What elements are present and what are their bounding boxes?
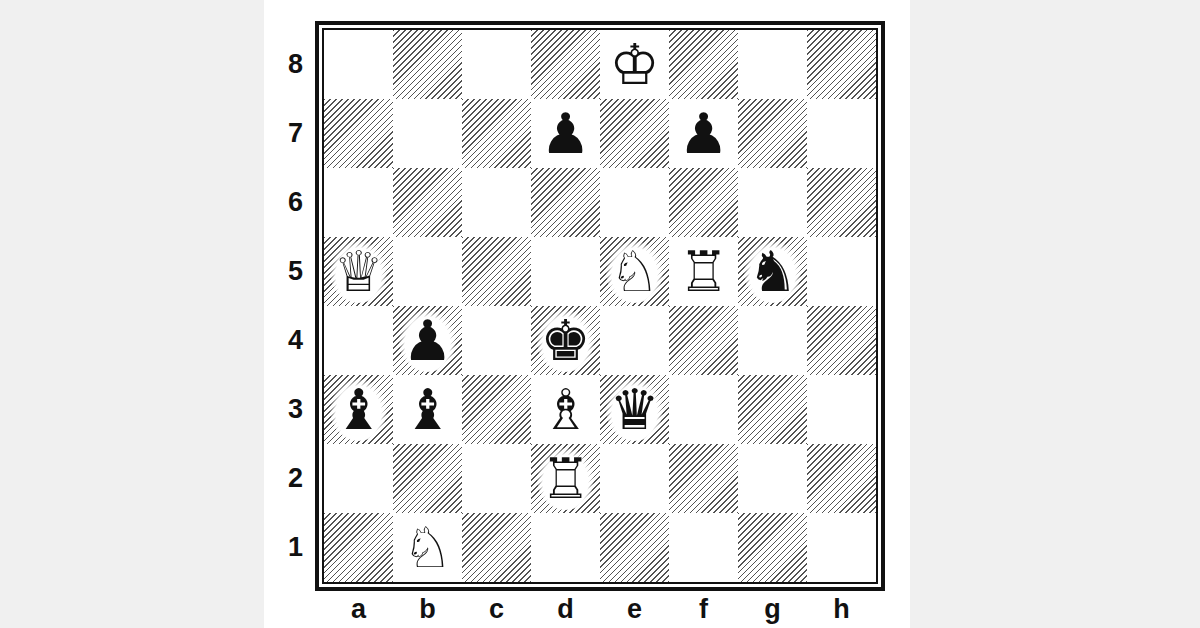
square-f3[interactable] <box>669 375 738 444</box>
square-e6[interactable] <box>600 168 669 237</box>
piece-white-bishop-d3[interactable]: ♗ <box>531 375 600 444</box>
square-e5[interactable]: ♘ <box>600 237 669 306</box>
square-a4[interactable] <box>324 306 393 375</box>
square-g4[interactable] <box>738 306 807 375</box>
square-g7[interactable] <box>738 99 807 168</box>
square-d7[interactable]: ♟ <box>531 99 600 168</box>
piece-black-pawn-f7[interactable]: ♟ <box>669 99 738 168</box>
square-h5[interactable] <box>807 237 876 306</box>
piece-white-queen-a5[interactable]: ♕ <box>324 237 393 306</box>
square-b4[interactable]: ♟ <box>393 306 462 375</box>
square-h8[interactable] <box>807 30 876 99</box>
file-label-a: a <box>351 594 366 627</box>
rank-label-1: 1 <box>288 532 303 563</box>
square-e7[interactable] <box>600 99 669 168</box>
square-a8[interactable] <box>324 30 393 99</box>
square-e1[interactable] <box>600 513 669 582</box>
square-a3[interactable]: ♝ <box>324 375 393 444</box>
square-f4[interactable] <box>669 306 738 375</box>
piece-black-bishop-b3[interactable]: ♝ <box>393 375 462 444</box>
rank-label-2: 2 <box>288 463 303 494</box>
square-h1[interactable] <box>807 513 876 582</box>
square-d3[interactable]: ♗ <box>531 375 600 444</box>
square-a1[interactable] <box>324 513 393 582</box>
rank-label-7: 7 <box>288 118 303 149</box>
square-d8[interactable] <box>531 30 600 99</box>
square-f5[interactable]: ♖ <box>669 237 738 306</box>
square-h2[interactable] <box>807 444 876 513</box>
square-f8[interactable] <box>669 30 738 99</box>
square-a5[interactable]: ♕ <box>324 237 393 306</box>
piece-white-rook-d2[interactable]: ♖ <box>531 444 600 513</box>
square-c7[interactable] <box>462 99 531 168</box>
square-g1[interactable] <box>738 513 807 582</box>
square-d6[interactable] <box>531 168 600 237</box>
piece-black-knight-g5[interactable]: ♞ <box>738 237 807 306</box>
square-a7[interactable] <box>324 99 393 168</box>
square-c6[interactable] <box>462 168 531 237</box>
piece-black-king-d4[interactable]: ♚ <box>531 306 600 375</box>
square-b7[interactable] <box>393 99 462 168</box>
square-b1[interactable]: ♘ <box>393 513 462 582</box>
rank-label-5: 5 <box>288 256 303 287</box>
square-f7[interactable]: ♟ <box>669 99 738 168</box>
piece-black-queen-e3[interactable]: ♛ <box>600 375 669 444</box>
square-a2[interactable] <box>324 444 393 513</box>
square-e4[interactable] <box>600 306 669 375</box>
square-b6[interactable] <box>393 168 462 237</box>
square-a6[interactable] <box>324 168 393 237</box>
square-c5[interactable] <box>462 237 531 306</box>
file-label-f: f <box>699 594 708 627</box>
file-label-h: h <box>833 594 850 627</box>
square-b8[interactable] <box>393 30 462 99</box>
file-label-b: b <box>419 594 436 627</box>
square-g2[interactable] <box>738 444 807 513</box>
square-d5[interactable] <box>531 237 600 306</box>
square-b5[interactable] <box>393 237 462 306</box>
square-h6[interactable] <box>807 168 876 237</box>
square-f6[interactable] <box>669 168 738 237</box>
piece-white-rook-f5[interactable]: ♖ <box>669 237 738 306</box>
piece-black-pawn-d7[interactable]: ♟ <box>531 99 600 168</box>
chess-diagram: 87654321 ♔♟♟♕♘♖♞♟♚♝♝♗♛♖♘ abcdefgh <box>271 21 885 627</box>
file-label-c: c <box>489 594 504 627</box>
square-f1[interactable] <box>669 513 738 582</box>
square-g8[interactable] <box>738 30 807 99</box>
square-c1[interactable] <box>462 513 531 582</box>
square-g6[interactable] <box>738 168 807 237</box>
file-labels: abcdefgh <box>315 594 885 627</box>
file-label-d: d <box>557 594 574 627</box>
square-e2[interactable] <box>600 444 669 513</box>
square-h4[interactable] <box>807 306 876 375</box>
square-b2[interactable] <box>393 444 462 513</box>
rank-label-3: 3 <box>288 394 303 425</box>
file-label-e: e <box>627 594 642 627</box>
piece-white-knight-e5[interactable]: ♘ <box>600 237 669 306</box>
file-label-g: g <box>764 594 781 627</box>
rank-labels: 87654321 <box>271 21 315 591</box>
square-h3[interactable] <box>807 375 876 444</box>
rank-label-8: 8 <box>288 49 303 80</box>
square-f2[interactable] <box>669 444 738 513</box>
square-g3[interactable] <box>738 375 807 444</box>
square-d1[interactable] <box>531 513 600 582</box>
square-c2[interactable] <box>462 444 531 513</box>
square-c4[interactable] <box>462 306 531 375</box>
square-d4[interactable]: ♚ <box>531 306 600 375</box>
piece-white-king-e8[interactable]: ♔ <box>600 30 669 99</box>
rank-label-4: 4 <box>288 325 303 356</box>
square-e3[interactable]: ♛ <box>600 375 669 444</box>
piece-black-pawn-b4[interactable]: ♟ <box>393 306 462 375</box>
square-c3[interactable] <box>462 375 531 444</box>
chess-board: ♔♟♟♕♘♖♞♟♚♝♝♗♛♖♘ <box>322 28 878 584</box>
board-frame: ♔♟♟♕♘♖♞♟♚♝♝♗♛♖♘ <box>315 21 885 591</box>
square-d2[interactable]: ♖ <box>531 444 600 513</box>
square-b3[interactable]: ♝ <box>393 375 462 444</box>
piece-white-knight-b1[interactable]: ♘ <box>393 513 462 582</box>
square-c8[interactable] <box>462 30 531 99</box>
square-h7[interactable] <box>807 99 876 168</box>
square-g5[interactable]: ♞ <box>738 237 807 306</box>
rank-label-6: 6 <box>288 187 303 218</box>
square-e8[interactable]: ♔ <box>600 30 669 99</box>
piece-black-bishop-a3[interactable]: ♝ <box>324 375 393 444</box>
